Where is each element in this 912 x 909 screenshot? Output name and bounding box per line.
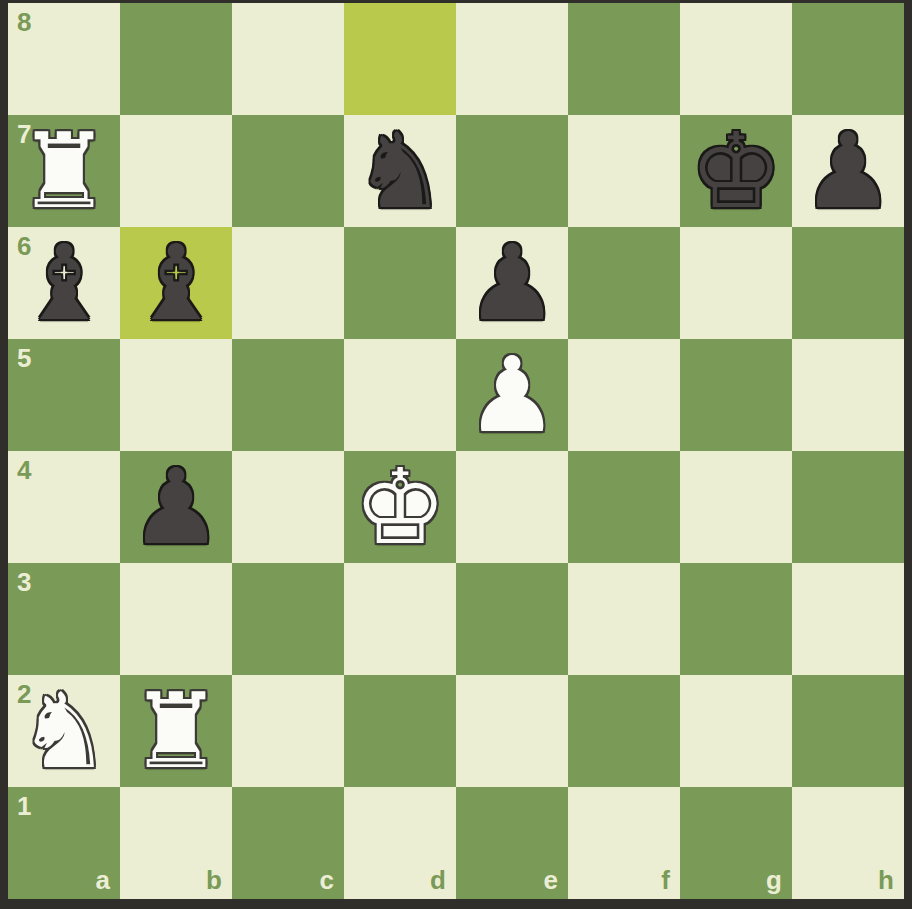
square-d3[interactable] — [344, 563, 456, 675]
square-d5[interactable] — [344, 339, 456, 451]
file-label-d: d — [430, 867, 446, 893]
square-c6[interactable] — [232, 227, 344, 339]
square-f1[interactable]: f — [568, 787, 680, 899]
square-d1[interactable]: d — [344, 787, 456, 899]
square-d7[interactable]: ♞ — [344, 115, 456, 227]
piece-wR-a7[interactable]: ♜ — [8, 115, 120, 227]
square-e6[interactable]: ♟ — [456, 227, 568, 339]
square-a7[interactable]: 7♜ — [8, 115, 120, 227]
square-f8[interactable] — [568, 3, 680, 115]
square-a1[interactable]: 1a — [8, 787, 120, 899]
square-e8[interactable] — [456, 3, 568, 115]
square-b7[interactable] — [120, 115, 232, 227]
chess-board: 87♜♞♚♟6♝♝♟5♟4♟♚32♞♜1abcdefgh — [8, 3, 904, 899]
square-e5[interactable]: ♟ — [456, 339, 568, 451]
rank-label-3: 3 — [17, 569, 31, 595]
square-e7[interactable] — [456, 115, 568, 227]
square-f7[interactable] — [568, 115, 680, 227]
square-c2[interactable] — [232, 675, 344, 787]
square-a6[interactable]: 6♝ — [8, 227, 120, 339]
square-b2[interactable]: ♜ — [120, 675, 232, 787]
square-c7[interactable] — [232, 115, 344, 227]
square-d4[interactable]: ♚ — [344, 451, 456, 563]
square-a3[interactable]: 3 — [8, 563, 120, 675]
rank-label-1: 1 — [17, 793, 31, 819]
square-c8[interactable] — [232, 3, 344, 115]
square-h2[interactable] — [792, 675, 904, 787]
piece-bK-g7[interactable]: ♚ — [680, 115, 792, 227]
square-f4[interactable] — [568, 451, 680, 563]
file-label-e: e — [544, 867, 558, 893]
piece-wN-a2[interactable]: ♞ — [8, 675, 120, 787]
square-h4[interactable] — [792, 451, 904, 563]
square-c4[interactable] — [232, 451, 344, 563]
square-b5[interactable] — [120, 339, 232, 451]
square-h6[interactable] — [792, 227, 904, 339]
square-a2[interactable]: 2♞ — [8, 675, 120, 787]
square-f6[interactable] — [568, 227, 680, 339]
square-e2[interactable] — [456, 675, 568, 787]
piece-bB-a6[interactable]: ♝ — [8, 227, 120, 339]
square-e4[interactable] — [456, 451, 568, 563]
square-a5[interactable]: 5 — [8, 339, 120, 451]
square-b8[interactable] — [120, 3, 232, 115]
square-d2[interactable] — [344, 675, 456, 787]
square-b4[interactable]: ♟ — [120, 451, 232, 563]
piece-bN-d7[interactable]: ♞ — [344, 115, 456, 227]
square-h5[interactable] — [792, 339, 904, 451]
file-label-h: h — [878, 867, 894, 893]
square-h1[interactable]: h — [792, 787, 904, 899]
piece-wK-d4[interactable]: ♚ — [344, 451, 456, 563]
file-label-b: b — [206, 867, 222, 893]
square-e1[interactable]: e — [456, 787, 568, 899]
piece-bP-b4[interactable]: ♟ — [120, 451, 232, 563]
square-g2[interactable] — [680, 675, 792, 787]
square-e3[interactable] — [456, 563, 568, 675]
rank-label-5: 5 — [17, 345, 31, 371]
square-f3[interactable] — [568, 563, 680, 675]
square-a4[interactable]: 4 — [8, 451, 120, 563]
square-c1[interactable]: c — [232, 787, 344, 899]
piece-bB-b6[interactable]: ♝ — [120, 227, 232, 339]
square-c3[interactable] — [232, 563, 344, 675]
square-b1[interactable]: b — [120, 787, 232, 899]
file-label-c: c — [320, 867, 334, 893]
square-g3[interactable] — [680, 563, 792, 675]
square-b3[interactable] — [120, 563, 232, 675]
square-g1[interactable]: g — [680, 787, 792, 899]
square-g7[interactable]: ♚ — [680, 115, 792, 227]
square-f2[interactable] — [568, 675, 680, 787]
piece-wR-b2[interactable]: ♜ — [120, 675, 232, 787]
rank-label-8: 8 — [17, 9, 31, 35]
file-label-g: g — [766, 867, 782, 893]
file-label-a: a — [96, 867, 110, 893]
square-c5[interactable] — [232, 339, 344, 451]
square-g8[interactable] — [680, 3, 792, 115]
square-b6[interactable]: ♝ — [120, 227, 232, 339]
piece-bP-h7[interactable]: ♟ — [792, 115, 904, 227]
square-h8[interactable] — [792, 3, 904, 115]
square-g5[interactable] — [680, 339, 792, 451]
rank-label-4: 4 — [17, 457, 31, 483]
file-label-f: f — [661, 867, 670, 893]
square-g6[interactable] — [680, 227, 792, 339]
square-h3[interactable] — [792, 563, 904, 675]
square-h7[interactable]: ♟ — [792, 115, 904, 227]
square-d6[interactable] — [344, 227, 456, 339]
piece-wP-e5[interactable]: ♟ — [456, 339, 568, 451]
square-d8[interactable] — [344, 3, 456, 115]
piece-bP-e6[interactable]: ♟ — [456, 227, 568, 339]
square-g4[interactable] — [680, 451, 792, 563]
square-f5[interactable] — [568, 339, 680, 451]
square-a8[interactable]: 8 — [8, 3, 120, 115]
